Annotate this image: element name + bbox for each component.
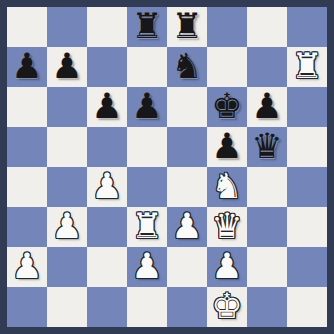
white-rook-icon: ♜: [131, 207, 162, 246]
black-rook-icon: ♜: [131, 7, 162, 46]
square-c4[interactable]: ♟: [87, 167, 127, 207]
square-a4[interactable]: [7, 167, 47, 207]
square-c5[interactable]: [87, 127, 127, 167]
square-f6[interactable]: ♚: [207, 87, 247, 127]
square-d3[interactable]: ♜: [127, 207, 167, 247]
square-f5[interactable]: ♟: [207, 127, 247, 167]
white-king-icon: ♚: [211, 287, 242, 326]
square-c6[interactable]: ♟: [87, 87, 127, 127]
white-pawn-icon: ♟: [11, 247, 42, 286]
black-queen-icon: ♛: [251, 127, 282, 166]
black-knight-icon: ♞: [171, 47, 202, 86]
square-e5[interactable]: [167, 127, 207, 167]
square-c1[interactable]: [87, 287, 127, 327]
square-h2[interactable]: [287, 247, 327, 287]
square-e6[interactable]: [167, 87, 207, 127]
square-b5[interactable]: [47, 127, 87, 167]
square-c8[interactable]: [87, 7, 127, 47]
square-d5[interactable]: [127, 127, 167, 167]
square-b3[interactable]: ♟: [47, 207, 87, 247]
square-h7[interactable]: ♜: [287, 47, 327, 87]
black-pawn-icon: ♟: [131, 87, 162, 126]
square-d8[interactable]: ♜: [127, 7, 167, 47]
white-knight-icon: ♞: [211, 167, 242, 206]
white-pawn-icon: ♟: [131, 247, 162, 286]
square-a6[interactable]: [7, 87, 47, 127]
square-c3[interactable]: [87, 207, 127, 247]
square-a5[interactable]: [7, 127, 47, 167]
square-b2[interactable]: [47, 247, 87, 287]
square-h4[interactable]: [287, 167, 327, 207]
square-b1[interactable]: [47, 287, 87, 327]
black-pawn-icon: ♟: [251, 87, 282, 126]
square-e2[interactable]: [167, 247, 207, 287]
white-pawn-icon: ♟: [51, 207, 82, 246]
white-queen-icon: ♛: [211, 207, 242, 246]
square-b4[interactable]: [47, 167, 87, 207]
board-frame: ♜♜♟♟♞♜♟♟♚♟♟♛♟♞♟♜♟♛♟♟♟♚: [0, 0, 334, 334]
square-g3[interactable]: [247, 207, 287, 247]
square-h5[interactable]: [287, 127, 327, 167]
black-pawn-icon: ♟: [51, 47, 82, 86]
square-h6[interactable]: [287, 87, 327, 127]
square-c7[interactable]: [87, 47, 127, 87]
square-c2[interactable]: [87, 247, 127, 287]
white-rook-icon: ♜: [291, 47, 322, 86]
black-pawn-icon: ♟: [211, 127, 242, 166]
square-g6[interactable]: ♟: [247, 87, 287, 127]
black-rook-icon: ♜: [171, 7, 202, 46]
white-pawn-icon: ♟: [91, 167, 122, 206]
square-g1[interactable]: [247, 287, 287, 327]
black-king-icon: ♚: [211, 87, 242, 126]
square-g7[interactable]: [247, 47, 287, 87]
square-d7[interactable]: [127, 47, 167, 87]
square-f2[interactable]: ♟: [207, 247, 247, 287]
white-pawn-icon: ♟: [171, 207, 202, 246]
square-f4[interactable]: ♞: [207, 167, 247, 207]
black-pawn-icon: ♟: [11, 47, 42, 86]
square-a7[interactable]: ♟: [7, 47, 47, 87]
square-g5[interactable]: ♛: [247, 127, 287, 167]
square-d2[interactable]: ♟: [127, 247, 167, 287]
square-e1[interactable]: [167, 287, 207, 327]
square-g8[interactable]: [247, 7, 287, 47]
white-pawn-icon: ♟: [211, 247, 242, 286]
square-a8[interactable]: [7, 7, 47, 47]
square-a3[interactable]: [7, 207, 47, 247]
square-a2[interactable]: ♟: [7, 247, 47, 287]
square-h8[interactable]: [287, 7, 327, 47]
square-h1[interactable]: [287, 287, 327, 327]
square-e3[interactable]: ♟: [167, 207, 207, 247]
chess-board: ♜♜♟♟♞♜♟♟♚♟♟♛♟♞♟♜♟♛♟♟♟♚: [7, 7, 327, 327]
square-b8[interactable]: [47, 7, 87, 47]
square-d1[interactable]: [127, 287, 167, 327]
square-f8[interactable]: [207, 7, 247, 47]
square-b7[interactable]: ♟: [47, 47, 87, 87]
square-e7[interactable]: ♞: [167, 47, 207, 87]
square-d4[interactable]: [127, 167, 167, 207]
square-f7[interactable]: [207, 47, 247, 87]
square-f3[interactable]: ♛: [207, 207, 247, 247]
square-h3[interactable]: [287, 207, 327, 247]
square-g4[interactable]: [247, 167, 287, 207]
black-pawn-icon: ♟: [91, 87, 122, 126]
square-a1[interactable]: [7, 287, 47, 327]
square-e8[interactable]: ♜: [167, 7, 207, 47]
square-b6[interactable]: [47, 87, 87, 127]
square-g2[interactable]: [247, 247, 287, 287]
square-e4[interactable]: [167, 167, 207, 207]
square-d6[interactable]: ♟: [127, 87, 167, 127]
square-f1[interactable]: ♚: [207, 287, 247, 327]
